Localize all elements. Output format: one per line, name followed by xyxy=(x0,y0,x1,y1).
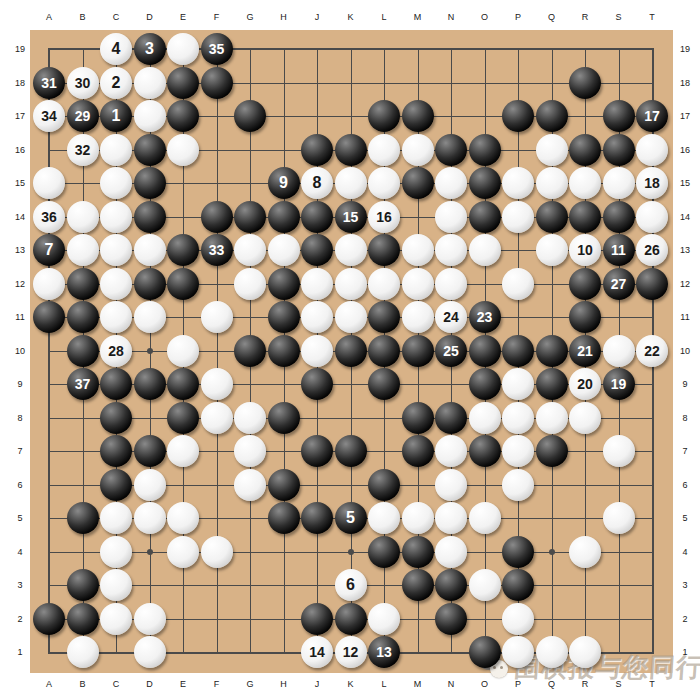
stone-G8 xyxy=(234,402,266,434)
coord-label-top-Q: Q xyxy=(548,12,555,22)
stone-O1 xyxy=(469,636,501,668)
stone-F13: 33 xyxy=(201,234,233,266)
coord-label-top-T: T xyxy=(649,12,655,22)
stone-Q16 xyxy=(536,134,568,166)
stone-B10 xyxy=(67,335,99,367)
stone-L12 xyxy=(368,268,400,300)
stone-O9 xyxy=(469,368,501,400)
stone-C7 xyxy=(100,435,132,467)
stone-T16 xyxy=(636,134,668,166)
coord-label-right-8: 8 xyxy=(682,413,687,423)
stone-E5 xyxy=(167,502,199,534)
stone-Q15 xyxy=(536,167,568,199)
stone-E7 xyxy=(167,435,199,467)
coord-label-left-8: 8 xyxy=(17,413,22,423)
coord-label-top-G: G xyxy=(246,12,253,22)
stone-N2 xyxy=(435,603,467,635)
stone-Q8 xyxy=(536,402,568,434)
stone-L14: 16 xyxy=(368,201,400,233)
coord-label-bottom-O: O xyxy=(481,679,488,689)
stone-P12 xyxy=(502,268,534,300)
stone-B5 xyxy=(67,502,99,534)
stone-E12 xyxy=(167,268,199,300)
coord-label-top-R: R xyxy=(582,12,589,22)
stone-T17: 17 xyxy=(636,100,668,132)
coord-label-bottom-T: T xyxy=(649,679,655,689)
stone-K15 xyxy=(335,167,367,199)
coord-label-left-2: 2 xyxy=(17,614,22,624)
stone-L10 xyxy=(368,335,400,367)
move-number-36: 36 xyxy=(41,210,57,224)
stone-R13: 10 xyxy=(569,234,601,266)
coord-label-top-B: B xyxy=(79,12,85,22)
stone-Q14 xyxy=(536,201,568,233)
coord-label-bottom-E: E xyxy=(180,679,186,689)
coord-label-left-14: 14 xyxy=(15,212,25,222)
stone-O15 xyxy=(469,167,501,199)
stone-F9 xyxy=(201,368,233,400)
coord-label-bottom-M: M xyxy=(414,679,422,689)
stone-C15 xyxy=(100,167,132,199)
coord-label-right-13: 13 xyxy=(680,245,690,255)
stone-K11 xyxy=(335,301,367,333)
move-number-16: 16 xyxy=(376,210,392,224)
move-number-15: 15 xyxy=(343,210,359,224)
coord-label-top-A: A xyxy=(46,12,52,22)
stone-L1: 13 xyxy=(368,636,400,668)
stone-D17 xyxy=(134,100,166,132)
move-number-35: 35 xyxy=(209,42,225,56)
stone-M17 xyxy=(402,100,434,132)
stone-P4 xyxy=(502,536,534,568)
coord-label-right-6: 6 xyxy=(682,480,687,490)
coord-label-right-10: 10 xyxy=(680,346,690,356)
stone-K10 xyxy=(335,335,367,367)
stone-R14 xyxy=(569,201,601,233)
coord-label-right-7: 7 xyxy=(682,446,687,456)
move-number-21: 21 xyxy=(577,344,593,358)
coord-label-right-16: 16 xyxy=(680,145,690,155)
stone-R12 xyxy=(569,268,601,300)
coord-label-left-18: 18 xyxy=(15,78,25,88)
move-number-13: 13 xyxy=(376,645,392,659)
coord-label-right-12: 12 xyxy=(680,279,690,289)
move-number-14: 14 xyxy=(309,645,325,659)
coord-label-right-17: 17 xyxy=(680,111,690,121)
move-number-28: 28 xyxy=(108,344,124,358)
stone-B12 xyxy=(67,268,99,300)
stone-M12 xyxy=(402,268,434,300)
coord-label-bottom-S: S xyxy=(615,679,621,689)
coord-label-bottom-D: D xyxy=(146,679,153,689)
stone-D18 xyxy=(134,67,166,99)
stone-D19: 3 xyxy=(134,33,166,65)
move-number-25: 25 xyxy=(443,344,459,358)
stone-F8 xyxy=(201,402,233,434)
stone-Q7 xyxy=(536,435,568,467)
coord-label-top-K: K xyxy=(347,12,353,22)
stone-P8 xyxy=(502,402,534,434)
stone-B11 xyxy=(67,301,99,333)
stone-O13 xyxy=(469,234,501,266)
stone-D13 xyxy=(134,234,166,266)
move-number-1: 1 xyxy=(112,108,121,124)
stone-L17 xyxy=(368,100,400,132)
coord-label-left-7: 7 xyxy=(17,446,22,456)
coord-label-bottom-A: A xyxy=(46,679,52,689)
coord-label-left-15: 15 xyxy=(15,178,25,188)
stone-O14 xyxy=(469,201,501,233)
coord-label-top-H: H xyxy=(280,12,287,22)
coord-label-bottom-N: N xyxy=(448,679,455,689)
stone-F18 xyxy=(201,67,233,99)
stone-K13 xyxy=(335,234,367,266)
stone-L9 xyxy=(368,368,400,400)
coord-label-bottom-H: H xyxy=(280,679,287,689)
coord-label-top-D: D xyxy=(146,12,153,22)
stone-G17 xyxy=(234,100,266,132)
stone-J13 xyxy=(301,234,333,266)
coord-label-bottom-F: F xyxy=(214,679,220,689)
stone-L2 xyxy=(368,603,400,635)
coord-label-top-P: P xyxy=(515,12,521,22)
coord-label-right-2: 2 xyxy=(682,614,687,624)
stone-G7 xyxy=(234,435,266,467)
stone-D1 xyxy=(134,636,166,668)
stone-E16 xyxy=(167,134,199,166)
stone-R10: 21 xyxy=(569,335,601,367)
move-number-18: 18 xyxy=(644,176,660,190)
coord-label-bottom-P: P xyxy=(515,679,521,689)
stone-R18 xyxy=(569,67,601,99)
stone-B13 xyxy=(67,234,99,266)
stone-M5 xyxy=(402,502,434,534)
stone-H13 xyxy=(268,234,300,266)
stone-E8 xyxy=(167,402,199,434)
stone-M15 xyxy=(402,167,434,199)
stone-C19: 4 xyxy=(100,33,132,65)
stone-J1: 14 xyxy=(301,636,333,668)
stone-K14: 15 xyxy=(335,201,367,233)
stone-H15: 9 xyxy=(268,167,300,199)
stone-F19: 35 xyxy=(201,33,233,65)
stone-T10: 22 xyxy=(636,335,668,367)
stone-N14 xyxy=(435,201,467,233)
coord-label-top-O: O xyxy=(481,12,488,22)
stone-K3: 6 xyxy=(335,569,367,601)
stone-M3 xyxy=(402,569,434,601)
stone-P15 xyxy=(502,167,534,199)
stone-A17: 34 xyxy=(33,100,65,132)
stone-F11 xyxy=(201,301,233,333)
stone-S16 xyxy=(603,134,635,166)
move-number-19: 19 xyxy=(611,377,627,391)
stone-P6 xyxy=(502,469,534,501)
stone-L15 xyxy=(368,167,400,199)
stone-P3 xyxy=(502,569,534,601)
stone-A18: 31 xyxy=(33,67,65,99)
coord-label-right-1: 1 xyxy=(682,647,687,657)
move-number-6: 6 xyxy=(346,577,355,593)
coord-label-left-5: 5 xyxy=(17,513,22,523)
stone-D12 xyxy=(134,268,166,300)
stone-M11 xyxy=(402,301,434,333)
coord-label-bottom-G: G xyxy=(246,679,253,689)
stone-D14 xyxy=(134,201,166,233)
coord-label-bottom-B: B xyxy=(79,679,85,689)
stone-P7 xyxy=(502,435,534,467)
stone-A12 xyxy=(33,268,65,300)
stone-C17: 1 xyxy=(100,100,132,132)
stone-B18: 30 xyxy=(67,67,99,99)
stone-Q1 xyxy=(536,636,568,668)
coord-label-top-N: N xyxy=(448,12,455,22)
stone-N15 xyxy=(435,167,467,199)
coord-label-left-16: 16 xyxy=(15,145,25,155)
stone-P2 xyxy=(502,603,534,635)
stone-C9 xyxy=(100,368,132,400)
move-number-7: 7 xyxy=(45,242,54,258)
stone-S13: 11 xyxy=(603,234,635,266)
stone-G10 xyxy=(234,335,266,367)
stone-K16 xyxy=(335,134,367,166)
coord-label-bottom-L: L xyxy=(381,679,386,689)
move-number-17: 17 xyxy=(644,109,660,123)
stone-H11 xyxy=(268,301,300,333)
coord-label-right-4: 4 xyxy=(682,547,687,557)
star-point-D4 xyxy=(147,549,153,555)
stone-L13 xyxy=(368,234,400,266)
stone-P14 xyxy=(502,201,534,233)
stone-S15 xyxy=(603,167,635,199)
coord-label-right-9: 9 xyxy=(682,379,687,389)
stone-N3 xyxy=(435,569,467,601)
move-number-24: 24 xyxy=(443,310,459,324)
stone-D6 xyxy=(134,469,166,501)
move-number-32: 32 xyxy=(75,143,91,157)
stone-R11 xyxy=(569,301,601,333)
stone-B17: 29 xyxy=(67,100,99,132)
stone-L4 xyxy=(368,536,400,568)
stone-K5: 5 xyxy=(335,502,367,534)
stone-H14 xyxy=(268,201,300,233)
move-number-27: 27 xyxy=(611,277,627,291)
stone-Q17 xyxy=(536,100,568,132)
stone-L6 xyxy=(368,469,400,501)
coord-label-top-S: S xyxy=(615,12,621,22)
stone-M13 xyxy=(402,234,434,266)
move-number-5: 5 xyxy=(346,510,355,526)
coord-label-bottom-J: J xyxy=(315,679,320,689)
move-number-2: 2 xyxy=(112,75,121,91)
stone-H10 xyxy=(268,335,300,367)
stone-B16: 32 xyxy=(67,134,99,166)
stone-K2 xyxy=(335,603,367,635)
stone-G6 xyxy=(234,469,266,501)
stone-L16 xyxy=(368,134,400,166)
stone-D7 xyxy=(134,435,166,467)
stone-O3 xyxy=(469,569,501,601)
stone-C4 xyxy=(100,536,132,568)
coord-label-left-19: 19 xyxy=(15,44,25,54)
stone-C11 xyxy=(100,301,132,333)
stone-R9: 20 xyxy=(569,368,601,400)
coord-label-bottom-R: R xyxy=(582,679,589,689)
stone-R16 xyxy=(569,134,601,166)
coord-label-left-10: 10 xyxy=(15,346,25,356)
stone-R8 xyxy=(569,402,601,434)
stone-D15 xyxy=(134,167,166,199)
coord-label-left-17: 17 xyxy=(15,111,25,121)
stone-C12 xyxy=(100,268,132,300)
coord-label-left-13: 13 xyxy=(15,245,25,255)
stone-C10: 28 xyxy=(100,335,132,367)
stone-F4 xyxy=(201,536,233,568)
coord-label-top-E: E xyxy=(180,12,186,22)
stone-M10 xyxy=(402,335,434,367)
stone-E17 xyxy=(167,100,199,132)
stone-N13 xyxy=(435,234,467,266)
stone-J12 xyxy=(301,268,333,300)
move-number-33: 33 xyxy=(209,243,225,257)
star-point-Q4 xyxy=(549,549,555,555)
stone-S10 xyxy=(603,335,635,367)
stone-T12 xyxy=(636,268,668,300)
stone-G13 xyxy=(234,234,266,266)
stone-M16 xyxy=(402,134,434,166)
stone-L11 xyxy=(368,301,400,333)
stone-G14 xyxy=(234,201,266,233)
stone-N6 xyxy=(435,469,467,501)
stone-E10 xyxy=(167,335,199,367)
stone-O11: 23 xyxy=(469,301,501,333)
stone-N12 xyxy=(435,268,467,300)
stone-C3 xyxy=(100,569,132,601)
stone-E13 xyxy=(167,234,199,266)
stone-T15: 18 xyxy=(636,167,668,199)
stone-J14 xyxy=(301,201,333,233)
stone-J2 xyxy=(301,603,333,635)
move-number-9: 9 xyxy=(279,175,288,191)
stone-B3 xyxy=(67,569,99,601)
coord-label-bottom-C: C xyxy=(113,679,120,689)
stone-O5 xyxy=(469,502,501,534)
coord-label-left-12: 12 xyxy=(15,279,25,289)
stone-K1: 12 xyxy=(335,636,367,668)
stone-N10: 25 xyxy=(435,335,467,367)
go-diagram: 围棋报与您同行 AABBCCDDEEFFGGHHJJKKLLMMNNOOPPQQ… xyxy=(0,0,700,700)
coord-label-bottom-K: K xyxy=(347,679,353,689)
stone-D16 xyxy=(134,134,166,166)
stone-C14 xyxy=(100,201,132,233)
stone-P17 xyxy=(502,100,534,132)
stone-H8 xyxy=(268,402,300,434)
coord-label-top-F: F xyxy=(214,12,220,22)
stone-P10 xyxy=(502,335,534,367)
stone-E18 xyxy=(167,67,199,99)
stone-Q9 xyxy=(536,368,568,400)
stone-J5 xyxy=(301,502,333,534)
stone-Q13 xyxy=(536,234,568,266)
coord-label-right-11: 11 xyxy=(680,312,689,322)
stone-R15 xyxy=(569,167,601,199)
stone-N8 xyxy=(435,402,467,434)
coord-label-right-19: 19 xyxy=(680,44,690,54)
stone-E4 xyxy=(167,536,199,568)
stone-P9 xyxy=(502,368,534,400)
stone-S17 xyxy=(603,100,635,132)
move-number-23: 23 xyxy=(477,310,493,324)
coord-label-right-5: 5 xyxy=(682,513,687,523)
stone-O10 xyxy=(469,335,501,367)
coord-label-left-9: 9 xyxy=(17,379,22,389)
stone-S14 xyxy=(603,201,635,233)
stone-O8 xyxy=(469,402,501,434)
stone-A14: 36 xyxy=(33,201,65,233)
stone-D9 xyxy=(134,368,166,400)
move-number-22: 22 xyxy=(644,344,660,358)
stone-E9 xyxy=(167,368,199,400)
stone-A11 xyxy=(33,301,65,333)
stone-R1 xyxy=(569,636,601,668)
coord-label-bottom-Q: Q xyxy=(548,679,555,689)
stone-H5 xyxy=(268,502,300,534)
coord-label-left-4: 4 xyxy=(17,547,22,557)
stone-N11: 24 xyxy=(435,301,467,333)
stone-R4 xyxy=(569,536,601,568)
move-number-3: 3 xyxy=(145,41,154,57)
stone-F14 xyxy=(201,201,233,233)
stone-C5 xyxy=(100,502,132,534)
coord-label-top-C: C xyxy=(113,12,120,22)
coord-label-right-15: 15 xyxy=(680,178,690,188)
stone-A13: 7 xyxy=(33,234,65,266)
stone-N5 xyxy=(435,502,467,534)
coord-label-right-14: 14 xyxy=(680,212,690,222)
stone-J7 xyxy=(301,435,333,467)
stone-M7 xyxy=(402,435,434,467)
stone-J11 xyxy=(301,301,333,333)
coord-label-right-3: 3 xyxy=(682,580,687,590)
coord-label-left-11: 11 xyxy=(15,312,24,322)
move-number-37: 37 xyxy=(75,377,91,391)
stone-M8 xyxy=(402,402,434,434)
stone-C8 xyxy=(100,402,132,434)
move-number-26: 26 xyxy=(644,243,660,257)
stone-B9: 37 xyxy=(67,368,99,400)
stone-D11 xyxy=(134,301,166,333)
stone-S7 xyxy=(603,435,635,467)
stone-S9: 19 xyxy=(603,368,635,400)
move-number-11: 11 xyxy=(611,243,626,257)
coord-label-left-6: 6 xyxy=(17,480,22,490)
stone-B2 xyxy=(67,603,99,635)
stone-S12: 27 xyxy=(603,268,635,300)
stone-J15: 8 xyxy=(301,167,333,199)
stone-K12 xyxy=(335,268,367,300)
move-number-12: 12 xyxy=(343,645,359,659)
stone-J9 xyxy=(301,368,333,400)
move-number-30: 30 xyxy=(75,76,91,90)
stone-N4 xyxy=(435,536,467,568)
stone-D2 xyxy=(134,603,166,635)
stone-H6 xyxy=(268,469,300,501)
move-number-20: 20 xyxy=(577,377,593,391)
move-number-31: 31 xyxy=(41,76,57,90)
stone-A2 xyxy=(33,603,65,635)
coord-label-right-18: 18 xyxy=(680,78,690,88)
stone-A15 xyxy=(33,167,65,199)
